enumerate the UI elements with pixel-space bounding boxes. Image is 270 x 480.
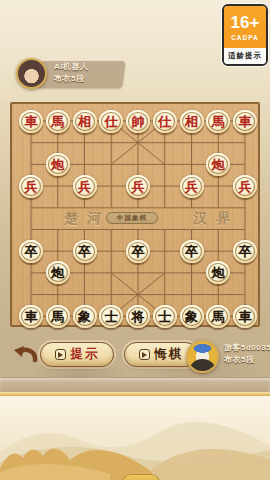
piece-red-帥[interactable]: 帥	[126, 110, 150, 133]
piece-red-車[interactable]: 車	[233, 110, 257, 133]
piece-black-卒[interactable]: 卒	[126, 240, 150, 263]
mountain-landscape	[0, 396, 270, 480]
piece-red-兵[interactable]: 兵	[126, 175, 150, 198]
toolbar: 提示 悔棋 游客5d0035 布衣5段	[0, 336, 270, 378]
piece-character: 馬	[51, 115, 64, 128]
piece-character: 卒	[239, 245, 252, 258]
piece-red-兵[interactable]: 兵	[180, 175, 204, 198]
piece-character: 兵	[185, 180, 198, 193]
piece-red-炮[interactable]: 炮	[46, 153, 70, 176]
piece-red-車[interactable]: 車	[19, 110, 43, 133]
piece-character: 相	[78, 115, 91, 128]
opponent-rank: 布衣5段	[54, 73, 89, 85]
piece-black-卒[interactable]: 卒	[233, 240, 257, 263]
piece-character: 仕	[105, 115, 118, 128]
play-icon	[139, 349, 150, 360]
opponent-banner: AI机器人 布衣5段	[16, 58, 146, 92]
piece-black-卒[interactable]: 卒	[19, 240, 43, 263]
back-button[interactable]	[12, 344, 38, 366]
piece-character: 卒	[132, 245, 145, 258]
opponent-avatar[interactable]	[16, 58, 47, 89]
piece-character: 車	[25, 115, 38, 128]
piece-character: 相	[185, 115, 198, 128]
undo-button-label: 悔棋	[155, 346, 184, 363]
opponent-name: AI机器人	[54, 61, 89, 73]
piece-red-仕[interactable]: 仕	[99, 110, 123, 133]
piece-red-相[interactable]: 相	[73, 110, 97, 133]
piece-red-馬[interactable]: 馬	[206, 110, 230, 133]
piece-red-兵[interactable]: 兵	[19, 175, 43, 198]
piece-character: 兵	[239, 180, 252, 193]
bottom-ornament	[122, 474, 160, 480]
xiangqi-board[interactable]: 楚河 中国象棋 汉界 車馬相仕帥仕相馬車炮炮兵兵兵兵兵卒卒卒卒卒炮炮車馬象士将士…	[10, 102, 260, 327]
age-rating-badge: 16+ CADPA 适龄提示	[222, 4, 268, 66]
age-hint-label: 适龄提示	[224, 48, 266, 64]
piece-red-相[interactable]: 相	[180, 110, 204, 133]
piece-character: 卒	[185, 245, 198, 258]
hint-button[interactable]: 提示	[40, 342, 114, 367]
piece-character: 仕	[158, 115, 171, 128]
piece-character: 卒	[25, 245, 38, 258]
mountains-illustration	[0, 396, 270, 480]
piece-character: 兵	[78, 180, 91, 193]
piece-character: 炮	[212, 266, 225, 279]
age-rating-text: 16+	[231, 14, 260, 31]
table-edge-strip	[0, 377, 270, 393]
piece-character: 炮	[51, 158, 64, 171]
piece-red-炮[interactable]: 炮	[206, 153, 230, 176]
piece-character: 帥	[132, 115, 145, 128]
piece-black-卒[interactable]: 卒	[180, 240, 204, 263]
piece-character: 卒	[78, 245, 91, 258]
player-rank: 布衣5段	[224, 354, 270, 366]
piece-character: 馬	[212, 115, 225, 128]
piece-character: 炮	[212, 158, 225, 171]
river-label-right: 汉界	[192, 210, 240, 228]
player-avatar[interactable]	[186, 340, 219, 373]
piece-black-炮[interactable]: 炮	[46, 261, 70, 284]
piece-red-馬[interactable]: 馬	[46, 110, 70, 133]
xiangqi-game-screen: 16+ CADPA 适龄提示 AI机器人 布衣5段 楚河 中国象棋 汉界 車馬相…	[0, 0, 270, 480]
hint-button-label: 提示	[71, 346, 100, 363]
back-arrow-icon	[12, 344, 38, 366]
piece-red-仕[interactable]: 仕	[153, 110, 177, 133]
piece-character: 兵	[132, 180, 145, 193]
piece-character: 兵	[25, 180, 38, 193]
play-icon	[55, 349, 66, 360]
piece-character: 炮	[51, 266, 64, 279]
player-name: 游客5d0035	[224, 342, 270, 354]
piece-red-兵[interactable]: 兵	[233, 175, 257, 198]
player-banner: 游客5d0035 布衣5段	[186, 338, 270, 376]
cadpa-label: CADPA	[231, 34, 259, 41]
age-rating-panel: 16+ CADPA	[224, 6, 266, 48]
piece-character: 車	[239, 115, 252, 128]
piece-black-卒[interactable]: 卒	[73, 240, 97, 263]
river-label-left: 楚河	[63, 210, 111, 228]
board-center-badge: 中国象棋	[106, 212, 158, 224]
piece-red-兵[interactable]: 兵	[73, 175, 97, 198]
